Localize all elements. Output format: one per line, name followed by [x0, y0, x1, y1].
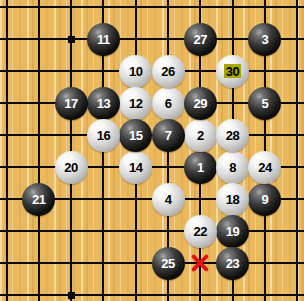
stone-4-white-g7[interactable]: 4	[152, 183, 185, 216]
stone-12-white-f10[interactable]: 12	[119, 87, 152, 120]
star-point-d12	[68, 36, 75, 43]
stone-6-white-g10[interactable]: 6	[152, 87, 185, 120]
renju-board[interactable]: 1234567891011121314151617181920212223242…	[0, 0, 304, 301]
stone-29-black-h10[interactable]: 29	[184, 87, 217, 120]
stone-15-black-f9[interactable]: 15	[119, 119, 152, 152]
stone-17-black-d10[interactable]: 17	[55, 87, 88, 120]
star-point-d4	[68, 292, 75, 299]
grid-hline	[0, 230, 304, 232]
grid-vline	[296, 0, 298, 301]
last-move-highlight: 30	[224, 64, 241, 78]
stone-25-black-g5[interactable]: 25	[152, 247, 185, 280]
stone-13-black-e10[interactable]: 13	[87, 87, 120, 120]
stone-1-black-h8[interactable]: 1	[184, 151, 217, 184]
stone-24-white-j8[interactable]: 24	[248, 151, 281, 184]
stone-7-black-g9[interactable]: 7	[152, 119, 185, 152]
stone-28-white-i9[interactable]: 28	[216, 119, 249, 152]
stone-21-black-c7[interactable]: 21	[22, 183, 55, 216]
stone-26-white-g11[interactable]: 26	[152, 55, 185, 88]
stone-22-white-h6[interactable]: 22	[184, 215, 217, 248]
stone-30-white-i11[interactable]: 30	[216, 55, 249, 88]
stone-9-black-j7[interactable]: 9	[248, 183, 281, 216]
stone-10-white-f11[interactable]: 10	[119, 55, 152, 88]
stone-27-black-h12[interactable]: 27	[184, 23, 217, 56]
grid-vline	[38, 0, 40, 301]
stone-8-white-i8[interactable]: 8	[216, 151, 249, 184]
stone-16-white-e9[interactable]: 16	[87, 119, 120, 152]
stone-3-black-j12[interactable]: 3	[248, 23, 281, 56]
stone-20-white-d8[interactable]: 20	[55, 151, 88, 184]
grid-hline	[0, 6, 304, 8]
x-mark-h5	[188, 251, 212, 275]
grid-hline	[0, 294, 304, 296]
stone-2-white-h9[interactable]: 2	[184, 119, 217, 152]
stone-23-black-i5[interactable]: 23	[216, 247, 249, 280]
stone-19-black-i6[interactable]: 19	[216, 215, 249, 248]
grid-vline	[6, 0, 8, 301]
stone-5-black-j10[interactable]: 5	[248, 87, 281, 120]
stone-14-white-f8[interactable]: 14	[119, 151, 152, 184]
stone-11-black-e12[interactable]: 11	[87, 23, 120, 56]
stone-18-white-i7[interactable]: 18	[216, 183, 249, 216]
